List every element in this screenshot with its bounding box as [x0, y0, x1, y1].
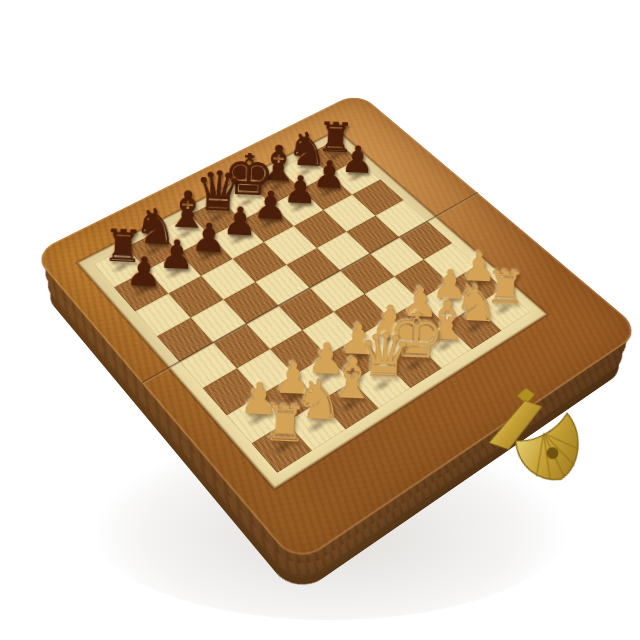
- camera-tilt-wrapper: ♜♞♝♛♚♝♞♜♟♟♟♟♟♟♟♟♟♟♟♟♟♟♟♟♜♞♝♛♚♝♞♜: [0, 0, 640, 640]
- black-pawn[interactable]: ♟: [108, 250, 178, 293]
- square-a1[interactable]: ♜: [252, 422, 312, 472]
- chess-set-photo: ♜♞♝♛♚♝♞♜♟♟♟♟♟♟♟♟♟♟♟♟♟♟♟♟♜♞♝♛♚♝♞♜: [0, 0, 640, 640]
- white-rook[interactable]: ♜: [246, 397, 323, 450]
